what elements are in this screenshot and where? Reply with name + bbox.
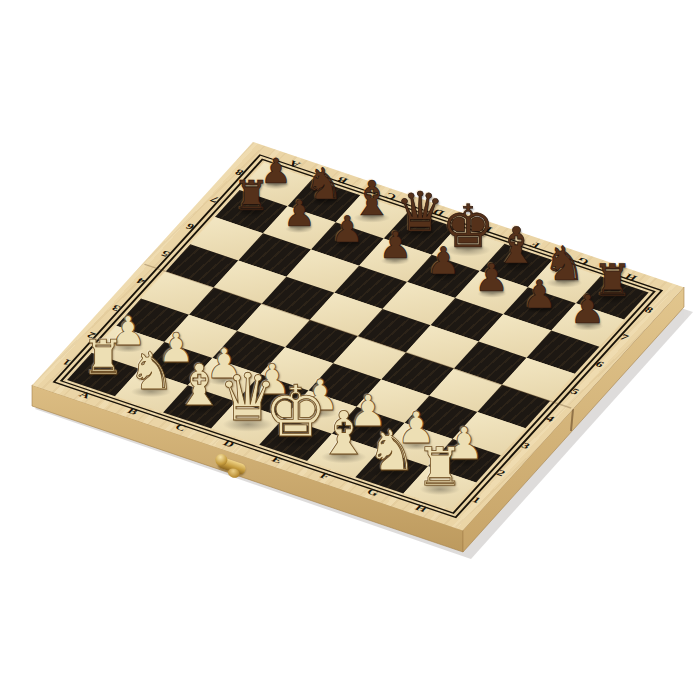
rank-label-far-2: 2 xyxy=(84,330,98,341)
rank-label-near-5: 5 xyxy=(568,386,582,397)
file-label-far-d: D xyxy=(430,207,447,219)
file-label-far-a: A xyxy=(286,158,303,170)
file-label-far-e: E xyxy=(479,223,495,234)
product-photo-canvas: AABBCCDDEEFFGGHH1122334455667788 ♟♞♜♝♟♛♟… xyxy=(0,0,700,700)
file-label-near-f: F xyxy=(317,471,333,482)
rank-label-near-8: 8 xyxy=(642,305,656,316)
file-label-near-a: A xyxy=(76,389,93,401)
file-label-far-b: B xyxy=(335,174,351,185)
file-label-far-h: H xyxy=(622,271,640,283)
rank-label-far-3: 3 xyxy=(109,303,123,314)
file-label-near-h: H xyxy=(412,503,430,515)
rank-label-near-1: 1 xyxy=(469,495,483,506)
rank-label-near-2: 2 xyxy=(494,468,508,479)
rank-label-near-6: 6 xyxy=(592,359,606,370)
file-label-near-b: B xyxy=(125,406,141,417)
rank-label-far-5: 5 xyxy=(158,248,172,259)
file-label-far-f: F xyxy=(527,239,543,250)
rank-label-far-7: 7 xyxy=(208,194,222,205)
file-label-far-g: G xyxy=(574,255,592,267)
rank-label-far-8: 8 xyxy=(232,167,246,178)
file-label-near-g: G xyxy=(364,486,382,498)
rank-label-near-3: 3 xyxy=(518,441,532,452)
rank-label-near-4: 4 xyxy=(543,413,557,424)
file-label-far-c: C xyxy=(382,190,399,202)
rank-label-far-4: 4 xyxy=(134,275,148,286)
file-label-near-e: E xyxy=(269,454,285,465)
rank-label-far-1: 1 xyxy=(60,357,74,368)
rank-label-far-6: 6 xyxy=(183,221,197,232)
rank-label-near-7: 7 xyxy=(617,332,631,343)
file-label-near-c: C xyxy=(172,422,189,434)
